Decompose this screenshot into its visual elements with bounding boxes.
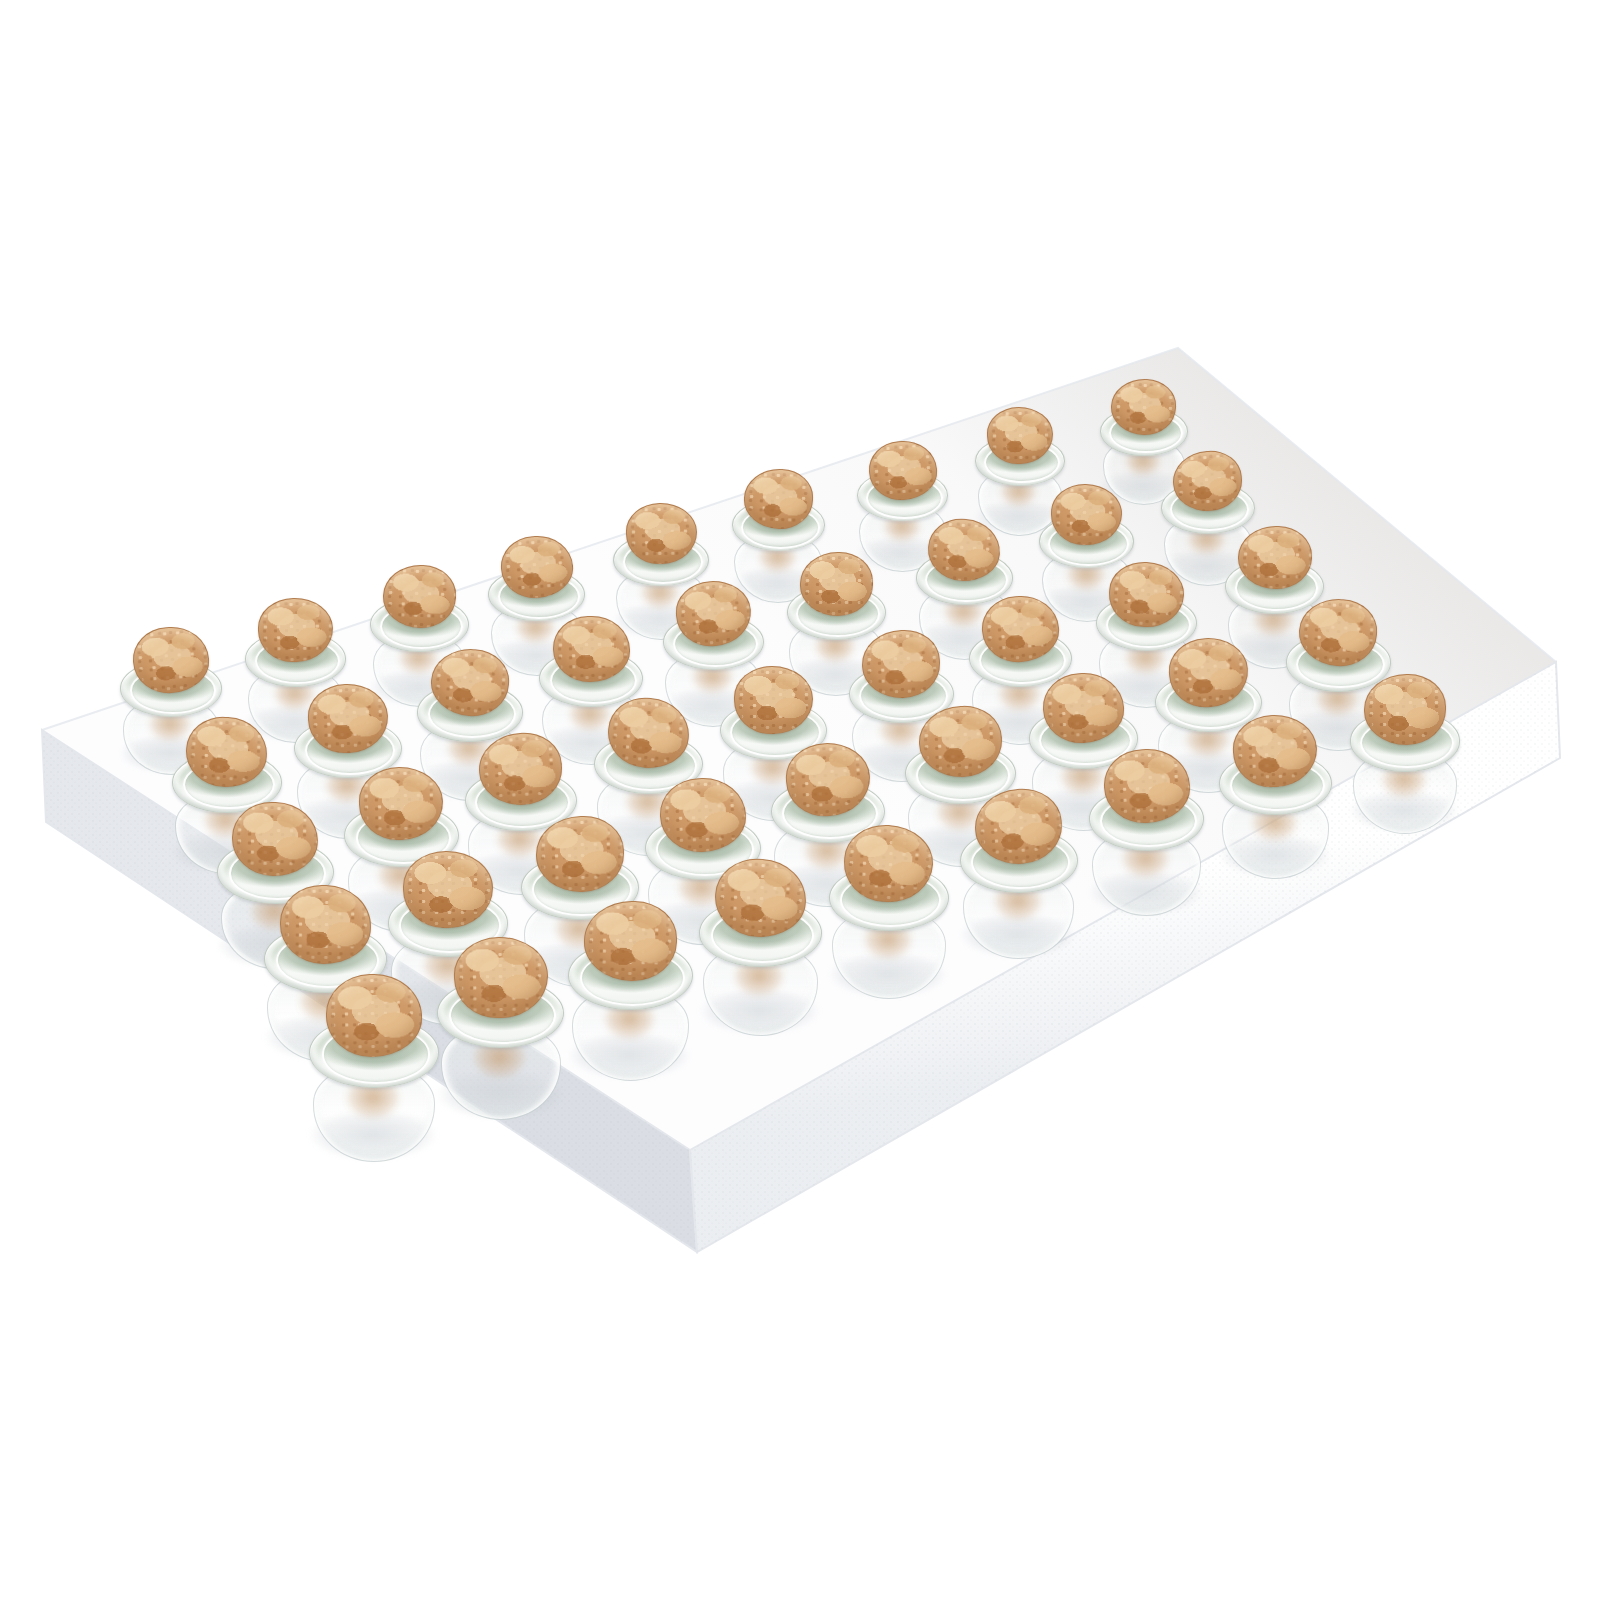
product-photo-stage <box>0 0 1600 1600</box>
cork-bottle <box>688 855 830 1050</box>
cork-stopper <box>800 552 874 616</box>
cork-stopper <box>625 502 697 564</box>
bottles-layer <box>0 0 1600 1600</box>
cork-bottle <box>557 896 702 1095</box>
cork-bottle <box>818 821 957 1012</box>
cork-bottle <box>1209 711 1340 891</box>
cork-bottle <box>1079 745 1213 929</box>
cork-stopper <box>552 615 630 682</box>
cork-stopper <box>584 900 678 981</box>
cork-bottle <box>1340 670 1468 846</box>
cork-bottle <box>950 785 1086 973</box>
cork-bottle <box>298 970 448 1177</box>
cork-stopper <box>734 666 814 735</box>
cork-stopper <box>1364 674 1446 745</box>
cork-stopper <box>232 801 319 877</box>
cork-stopper <box>279 884 371 964</box>
cork-stopper <box>535 816 624 893</box>
